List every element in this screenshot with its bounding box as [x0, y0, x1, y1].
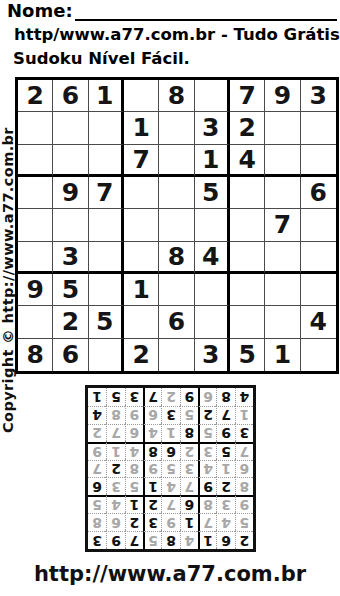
cell-r1c8: 9: [265, 80, 300, 112]
cell-r5c8: 7: [265, 209, 300, 241]
solution-cell-r6c2: 5: [216, 442, 234, 460]
solution-cell-r4c7: 5: [125, 477, 143, 495]
name-row: Nome:: [7, 1, 337, 21]
solution-cell-r7c1: 3: [235, 424, 253, 442]
solution-cell-r1c8: 9: [106, 531, 124, 549]
solution-cell-r9c4: 9: [180, 388, 198, 406]
cell-r5c6: [195, 209, 230, 241]
solution-cell-r3c2: 3: [216, 495, 234, 513]
cell-r5c4: [124, 209, 159, 241]
cell-r6c7: [230, 242, 265, 274]
cell-r5c2: [53, 209, 88, 241]
cell-r1c3: 1: [89, 80, 124, 112]
solution-cell-r1c9: 3: [88, 531, 106, 549]
cell-r4c8: [265, 177, 300, 209]
solution-cell-r9c7: 3: [125, 388, 143, 406]
cell-r3c4: 7: [124, 145, 159, 177]
solution-cell-r5c6: 9: [143, 460, 161, 478]
cell-r4c5: [159, 177, 194, 209]
solution-cell-r7c8: 7: [106, 424, 124, 442]
solution-cell-r7c9: 2: [88, 424, 106, 442]
cell-r9c4: 2: [124, 339, 159, 371]
cell-r1c1: 2: [18, 80, 53, 112]
cell-r1c5: 8: [159, 80, 194, 112]
cell-r7c4: 1: [124, 274, 159, 306]
cell-r1c9: 3: [301, 80, 336, 112]
solution-cell-r2c5: 9: [161, 513, 179, 531]
solution-cell-r2c4: 1: [180, 513, 198, 531]
solution-cell-r1c4: 4: [180, 531, 198, 549]
solution-cell-r1c1: 2: [235, 531, 253, 549]
cell-r4c2: 9: [53, 177, 88, 209]
solution-cell-r3c8: 4: [106, 495, 124, 513]
cell-r7c7: [230, 274, 265, 306]
cell-r6c5: 8: [159, 242, 194, 274]
solution-cell-r1c2: 6: [216, 531, 234, 549]
solution-cell-r2c8: 6: [106, 513, 124, 531]
cell-r9c9: [301, 339, 336, 371]
cell-r9c2: 6: [53, 339, 88, 371]
cell-r5c3: [89, 209, 124, 241]
cell-r7c6: [195, 274, 230, 306]
solution-cell-r3c5: 7: [161, 495, 179, 513]
solution-cell-r3c1: 9: [235, 495, 253, 513]
cell-r9c3: [89, 339, 124, 371]
cell-r9c8: 1: [265, 339, 300, 371]
cell-r8c2: 2: [53, 306, 88, 338]
cell-r2c7: 2: [230, 112, 265, 144]
cell-r8c5: 6: [159, 306, 194, 338]
solution-cell-r4c5: 4: [161, 477, 179, 495]
solution-cell-r3c3: 8: [198, 495, 216, 513]
solution-cell-r8c4: 5: [180, 406, 198, 424]
cell-r8c9: 4: [301, 306, 336, 338]
cell-r4c7: [230, 177, 265, 209]
cell-r9c5: [159, 339, 194, 371]
cell-r3c5: [159, 145, 194, 177]
cell-r8c7: [230, 306, 265, 338]
solution-cell-r5c3: 4: [198, 460, 216, 478]
solution-cell-r4c9: 6: [88, 477, 106, 495]
solution-cell-r4c8: 3: [106, 477, 124, 495]
solution-cell-r2c1: 5: [235, 513, 253, 531]
solution-cell-r3c7: 1: [125, 495, 143, 513]
solution-cell-r6c6: 8: [143, 442, 161, 460]
cell-r4c9: 6: [301, 177, 336, 209]
solution-cell-r8c3: 2: [198, 406, 216, 424]
solution-cell-r2c6: 3: [143, 513, 161, 531]
solution-cell-r7c2: 9: [216, 424, 234, 442]
cell-r7c3: [89, 274, 124, 306]
solution-cell-r4c4: 7: [180, 477, 198, 495]
solution-cell-r4c6: 1: [143, 477, 161, 495]
cell-r2c4: 1: [124, 112, 159, 144]
cell-r5c7: [230, 209, 265, 241]
solution-cell-r5c2: 1: [216, 460, 234, 478]
cell-r6c8: [265, 242, 300, 274]
solution-cell-r5c9: 7: [88, 460, 106, 478]
cell-r3c1: [18, 145, 53, 177]
solution-cell-r1c6: 5: [143, 531, 161, 549]
solution-cell-r2c9: 8: [88, 513, 106, 531]
cell-r6c1: [18, 242, 53, 274]
sudoku-solution-grid: 2614857935471932689386721458297415366143…: [85, 385, 256, 552]
cell-r5c9: [301, 209, 336, 241]
solution-cell-r9c5: 2: [161, 388, 179, 406]
cell-r7c5: [159, 274, 194, 306]
solution-cell-r5c4: 3: [180, 460, 198, 478]
solution-cell-r6c8: 1: [106, 442, 124, 460]
cell-r8c6: [195, 306, 230, 338]
cell-r3c3: [89, 145, 124, 177]
cell-r9c1: 8: [18, 339, 53, 371]
cell-r6c9: [301, 242, 336, 274]
solution-cell-r1c3: 1: [198, 531, 216, 549]
cell-r2c6: 3: [195, 112, 230, 144]
solution-cell-r9c6: 7: [143, 388, 161, 406]
cell-r5c5: [159, 209, 194, 241]
solution-cell-r2c2: 4: [216, 513, 234, 531]
solution-cell-r9c2: 8: [216, 388, 234, 406]
cell-r8c1: [18, 306, 53, 338]
cell-r9c7: 5: [230, 339, 265, 371]
cell-r3c7: 4: [230, 145, 265, 177]
solution-cell-r8c7: 9: [125, 406, 143, 424]
solution-cell-r9c3: 6: [198, 388, 216, 406]
solution-cell-r8c9: 4: [88, 406, 106, 424]
solution-cell-r7c6: 4: [143, 424, 161, 442]
solution-cell-r7c5: 1: [161, 424, 179, 442]
cell-r7c1: 9: [18, 274, 53, 306]
cell-r2c8: [265, 112, 300, 144]
solution-cell-r6c4: 2: [180, 442, 198, 460]
solution-cell-r4c3: 9: [198, 477, 216, 495]
solution-cell-r5c8: 2: [106, 460, 124, 478]
cell-r1c4: [124, 80, 159, 112]
cell-r8c3: 5: [89, 306, 124, 338]
cell-r8c8: [265, 306, 300, 338]
cell-r6c4: [124, 242, 159, 274]
cell-r2c3: [89, 112, 124, 144]
solution-cell-r1c5: 8: [161, 531, 179, 549]
cell-r1c2: 6: [53, 80, 88, 112]
solution-cell-r6c9: 9: [88, 442, 106, 460]
name-label: Nome:: [7, 1, 73, 21]
solution-cell-r8c1: 1: [235, 406, 253, 424]
solution-cell-r6c3: 3: [198, 442, 216, 460]
name-blank-line: [75, 2, 337, 21]
solution-cell-r6c1: 7: [235, 442, 253, 460]
copyright-vertical-text: Copyright © http://www.a77.com.br: [0, 77, 16, 433]
solution-cell-r9c9: 1: [88, 388, 106, 406]
solution-cell-r7c7: 6: [125, 424, 143, 442]
cell-r6c6: 4: [195, 242, 230, 274]
solution-cell-r4c1: 8: [235, 477, 253, 495]
cell-r9c6: 3: [195, 339, 230, 371]
solution-cell-r5c7: 8: [125, 460, 143, 478]
solution-cell-r2c3: 7: [198, 513, 216, 531]
solution-cell-r6c5: 6: [161, 442, 179, 460]
cell-r7c8: [265, 274, 300, 306]
cell-r3c9: [301, 145, 336, 177]
cell-r1c6: [195, 80, 230, 112]
solution-cell-r9c1: 4: [235, 388, 253, 406]
solution-cell-r9c8: 5: [106, 388, 124, 406]
cell-r2c9: [301, 112, 336, 144]
footer-url: http://www.a77.com.br: [0, 562, 340, 586]
solution-cell-r2c7: 2: [125, 513, 143, 531]
cell-r2c5: [159, 112, 194, 144]
cell-r6c2: 3: [53, 242, 88, 274]
solution-cell-r5c1: 6: [235, 460, 253, 478]
solution-cell-r8c8: 8: [106, 406, 124, 424]
solution-cell-r3c4: 6: [180, 495, 198, 513]
cell-r2c2: [53, 112, 88, 144]
solution-cell-r8c6: 6: [143, 406, 161, 424]
solution-cell-r6c7: 4: [125, 442, 143, 460]
cell-r3c6: 1: [195, 145, 230, 177]
solution-cell-r7c4: 8: [180, 424, 198, 442]
solution-cell-r7c3: 5: [198, 424, 216, 442]
cell-r8c4: [124, 306, 159, 338]
cell-r3c2: [53, 145, 88, 177]
site-title: http/www.a77.com.br - Tudo Grátis.: [14, 25, 340, 44]
cell-r7c9: [301, 274, 336, 306]
cell-r5c1: [18, 209, 53, 241]
solution-cell-r5c5: 5: [161, 460, 179, 478]
puzzle-level-title: Sudoku Nível Fácil.: [13, 49, 190, 68]
solution-cell-r1c7: 7: [125, 531, 143, 549]
cell-r7c2: 5: [53, 274, 88, 306]
cell-r4c3: 7: [89, 177, 124, 209]
solution-cell-r3c6: 2: [143, 495, 161, 513]
cell-r6c3: [89, 242, 124, 274]
cell-r2c1: [18, 112, 53, 144]
solution-cell-r3c9: 5: [88, 495, 106, 513]
cell-r1c7: 7: [230, 80, 265, 112]
solution-cell-r8c5: 3: [161, 406, 179, 424]
cell-r4c4: [124, 177, 159, 209]
solution-cell-r4c2: 2: [216, 477, 234, 495]
solution-cell-r8c2: 7: [216, 406, 234, 424]
sudoku-puzzle-grid: 2618793132714975673849512564862351: [15, 77, 339, 374]
cell-r3c8: [265, 145, 300, 177]
cell-r4c6: 5: [195, 177, 230, 209]
cell-r4c1: [18, 177, 53, 209]
